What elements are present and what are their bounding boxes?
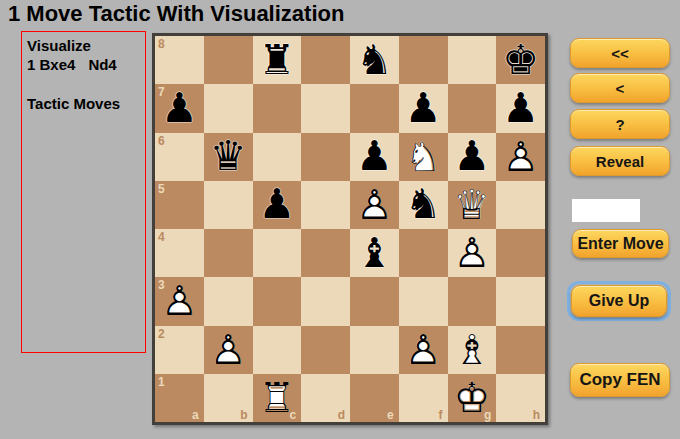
give-up-button[interactable]: Give Up — [571, 285, 667, 317]
white-pawn-piece[interactable]: ♟♙ — [350, 181, 399, 229]
white-pawn-piece[interactable]: ♟♙ — [496, 133, 545, 181]
rank-label-6: 6 — [158, 135, 165, 147]
square-c3[interactable] — [253, 277, 302, 325]
square-f6[interactable]: ♞♘ — [399, 133, 448, 181]
board-frame: 8♜♞♚7♟♟♟6♛♟♞♘♟♟♙5♟♟♙♞♛♕4♝♟♙3♟♙2♟♙♟♙♝♗1ab… — [152, 33, 548, 425]
square-h6[interactable]: ♟♙ — [496, 133, 545, 181]
file-label-f: f — [439, 409, 443, 421]
white-piece-outline: ♔ — [453, 377, 490, 418]
square-h1[interactable]: h — [496, 374, 545, 422]
file-label-h: h — [533, 409, 540, 421]
square-d6[interactable] — [301, 133, 350, 181]
square-e6[interactable]: ♟ — [350, 133, 399, 181]
square-a1[interactable]: 1a — [155, 374, 204, 422]
square-g2[interactable]: ♝♗ — [448, 326, 497, 374]
page-title: 1 Move Tactic With Visualization — [8, 1, 344, 27]
square-b7[interactable] — [204, 84, 253, 132]
square-c4[interactable] — [253, 229, 302, 277]
square-h4[interactable] — [496, 229, 545, 277]
square-f1[interactable]: f — [399, 374, 448, 422]
white-knight-piece[interactable]: ♞♘ — [399, 133, 448, 181]
square-b8[interactable] — [204, 36, 253, 84]
square-d1[interactable]: d — [301, 374, 350, 422]
square-f7[interactable]: ♟ — [399, 84, 448, 132]
square-c8[interactable]: ♜ — [253, 36, 302, 84]
square-g4[interactable]: ♟♙ — [448, 229, 497, 277]
black-pawn-piece[interactable]: ♟ — [155, 84, 204, 132]
white-bishop-piece[interactable]: ♝♗ — [448, 326, 497, 374]
rank-label-8: 8 — [158, 38, 165, 50]
square-d5[interactable] — [301, 181, 350, 229]
square-d2[interactable] — [301, 326, 350, 374]
square-b5[interactable] — [204, 181, 253, 229]
square-g7[interactable] — [448, 84, 497, 132]
white-piece-outline: ♙ — [161, 281, 198, 322]
square-a8[interactable]: 8 — [155, 36, 204, 84]
square-h7[interactable]: ♟ — [496, 84, 545, 132]
white-piece-outline: ♙ — [502, 136, 539, 177]
square-e5[interactable]: ♟♙ — [350, 181, 399, 229]
rank-label-1: 1 — [158, 376, 165, 388]
white-pawn-piece[interactable]: ♟♙ — [155, 277, 204, 325]
square-e8[interactable]: ♞ — [350, 36, 399, 84]
black-pawn-piece[interactable]: ♟ — [350, 133, 399, 181]
white-piece-outline: ♖ — [258, 377, 295, 418]
white-pawn-piece[interactable]: ♟♙ — [204, 326, 253, 374]
white-piece-outline: ♙ — [405, 329, 442, 370]
square-e3[interactable] — [350, 277, 399, 325]
black-pawn-piece[interactable]: ♟ — [253, 181, 302, 229]
white-piece-outline: ♙ — [210, 329, 247, 370]
square-b6[interactable]: ♛ — [204, 133, 253, 181]
square-b2[interactable]: ♟♙ — [204, 326, 253, 374]
white-piece-outline: ♕ — [453, 184, 490, 225]
black-bishop-piece[interactable]: ♝ — [350, 229, 399, 277]
square-c1[interactable]: c♜♖ — [253, 374, 302, 422]
square-d8[interactable] — [301, 36, 350, 84]
square-g8[interactable] — [448, 36, 497, 84]
square-h8[interactable]: ♚ — [496, 36, 545, 84]
square-d3[interactable] — [301, 277, 350, 325]
white-pawn-piece[interactable]: ♟♙ — [448, 229, 497, 277]
black-knight-piece[interactable]: ♞ — [399, 181, 448, 229]
black-pawn-piece[interactable]: ♟ — [399, 84, 448, 132]
board: 8♜♞♚7♟♟♟6♛♟♞♘♟♟♙5♟♟♙♞♛♕4♝♟♙3♟♙2♟♙♟♙♝♗1ab… — [155, 36, 545, 422]
copy-fen-button[interactable]: Copy FEN — [570, 363, 670, 397]
square-b3[interactable] — [204, 277, 253, 325]
rank-label-4: 4 — [158, 231, 165, 243]
square-c6[interactable] — [253, 133, 302, 181]
square-g1[interactable]: g♚♔ — [448, 374, 497, 422]
black-pawn-piece[interactable]: ♟ — [496, 84, 545, 132]
visualize-moves: 1 Bxe4 Nd4 — [27, 55, 145, 74]
square-a6[interactable]: 6 — [155, 133, 204, 181]
square-g6[interactable]: ♟ — [448, 133, 497, 181]
square-f8[interactable] — [399, 36, 448, 84]
square-a3[interactable]: 3♟♙ — [155, 277, 204, 325]
reveal-button[interactable]: Reveal — [570, 146, 670, 176]
back-button[interactable]: < — [570, 73, 670, 103]
square-e4[interactable]: ♝ — [350, 229, 399, 277]
square-c5[interactable]: ♟ — [253, 181, 302, 229]
file-label-d: d — [338, 409, 345, 421]
square-d7[interactable] — [301, 84, 350, 132]
square-b4[interactable] — [204, 229, 253, 277]
square-c7[interactable] — [253, 84, 302, 132]
back-to-start-button[interactable]: << — [570, 38, 670, 68]
white-piece-outline: ♘ — [405, 136, 442, 177]
rank-label-2: 2 — [158, 328, 165, 340]
square-f3[interactable] — [399, 277, 448, 325]
file-label-a: a — [192, 409, 199, 421]
visualize-panel: Visualize 1 Bxe4 Nd4 Tactic Moves — [21, 31, 146, 353]
hint-button[interactable]: ? — [570, 109, 670, 139]
square-h5[interactable] — [496, 181, 545, 229]
file-label-b: b — [240, 409, 247, 421]
square-b1[interactable]: b — [204, 374, 253, 422]
square-a2[interactable]: 2 — [155, 326, 204, 374]
white-queen-piece[interactable]: ♛♕ — [448, 181, 497, 229]
white-piece-outline: ♗ — [453, 329, 490, 370]
square-h2[interactable] — [496, 326, 545, 374]
square-d4[interactable] — [301, 229, 350, 277]
move-input[interactable] — [572, 199, 640, 222]
white-rook-piece[interactable]: ♜♖ — [253, 374, 302, 422]
square-g3[interactable] — [448, 277, 497, 325]
file-label-e: e — [387, 409, 394, 421]
black-queen-piece[interactable]: ♛ — [204, 133, 253, 181]
square-e7[interactable] — [350, 84, 399, 132]
square-a7[interactable]: 7♟ — [155, 84, 204, 132]
square-h3[interactable] — [496, 277, 545, 325]
square-a4[interactable]: 4 — [155, 229, 204, 277]
square-a5[interactable]: 5 — [155, 181, 204, 229]
black-king-piece[interactable]: ♚ — [496, 36, 545, 84]
square-f2[interactable]: ♟♙ — [399, 326, 448, 374]
enter-move-button[interactable]: Enter Move — [572, 229, 669, 258]
white-piece-outline: ♙ — [356, 184, 393, 225]
white-king-piece[interactable]: ♚♔ — [448, 374, 497, 422]
tactic-moves-label: Tactic Moves — [27, 94, 145, 113]
square-g5[interactable]: ♛♕ — [448, 181, 497, 229]
white-piece-outline: ♙ — [453, 233, 490, 274]
visualize-move-1: 1 Bxe4 — [27, 55, 75, 74]
visualize-label: Visualize — [27, 36, 145, 55]
square-e2[interactable] — [350, 326, 399, 374]
square-e1[interactable]: e — [350, 374, 399, 422]
square-c2[interactable] — [253, 326, 302, 374]
black-pawn-piece[interactable]: ♟ — [448, 133, 497, 181]
square-f4[interactable] — [399, 229, 448, 277]
black-rook-piece[interactable]: ♜ — [253, 36, 302, 84]
give-up-focus-ring: Give Up — [567, 281, 671, 321]
rank-label-5: 5 — [158, 183, 165, 195]
square-f5[interactable]: ♞ — [399, 181, 448, 229]
visualize-move-2: Nd4 — [88, 55, 116, 74]
white-pawn-piece[interactable]: ♟♙ — [399, 326, 448, 374]
black-knight-piece[interactable]: ♞ — [350, 36, 399, 84]
